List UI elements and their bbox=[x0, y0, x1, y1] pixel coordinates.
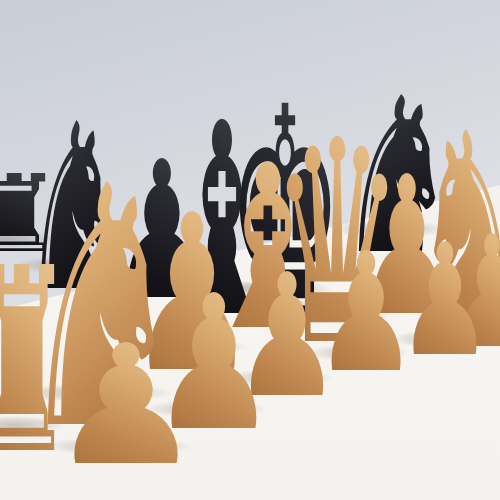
piece-boxwood-pawn-front-1[interactable]: ♟ bbox=[49, 323, 204, 489]
chess-set-photo: ♜♞♟♝♚♞♜♞♟♝♛♟♞♟♟♟♟♟♟ bbox=[0, 0, 500, 500]
